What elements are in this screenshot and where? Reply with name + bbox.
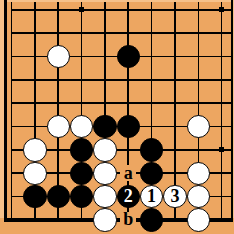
grid-line-horizontal: [11, 32, 231, 34]
grid-line-vertical: [11, 2, 13, 221]
board-frame-left: [4, 0, 7, 222]
white-stone: [93, 185, 116, 208]
go-board: 123ab: [0, 0, 234, 234]
white-stone: [93, 208, 116, 231]
black-stone: [140, 138, 163, 161]
white-stone: [70, 115, 93, 138]
board-frame-right: [231, 0, 233, 222]
move-number-1: 1: [140, 185, 163, 208]
go-board-diagram: 123ab: [0, 0, 234, 234]
board-margin-right: [233, 0, 234, 218]
white-stone: [187, 162, 210, 185]
white-stone: [23, 162, 46, 185]
black-stone: [70, 162, 93, 185]
grid-line-horizontal: [11, 102, 231, 104]
point-label-b: b: [117, 208, 140, 231]
point-label-a: a: [117, 162, 140, 185]
white-stone: [47, 45, 70, 68]
grid-line-horizontal: [11, 79, 231, 81]
black-stone: [47, 185, 70, 208]
white-stone: [23, 138, 46, 161]
black-stone: [117, 115, 140, 138]
white-stone: [47, 115, 70, 138]
star-point: [219, 7, 224, 12]
black-stone: [117, 45, 140, 68]
white-stone: [187, 185, 210, 208]
star-point: [219, 147, 224, 152]
black-stone: [70, 185, 93, 208]
white-stone: [93, 162, 116, 185]
move-number-3: 3: [163, 185, 186, 208]
move-number-2: 2: [117, 185, 140, 208]
black-stone: [140, 162, 163, 185]
grid-line-horizontal: [11, 9, 231, 11]
black-stone: [70, 138, 93, 161]
grid-line-vertical: [221, 2, 223, 221]
star-point: [79, 7, 84, 12]
white-stone: [187, 208, 210, 231]
black-stone: [140, 208, 163, 231]
white-stone: [187, 115, 210, 138]
white-stone: [93, 138, 116, 161]
black-stone: [93, 115, 116, 138]
black-stone: [23, 185, 46, 208]
